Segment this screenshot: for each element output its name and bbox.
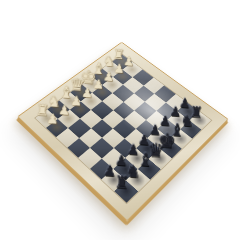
perspective-scene: ♜♟♟♜♞♟♟♞♝♟♟♝♚♟♟♚♛♟♟♛♝♟♟♝♞♟♟♞♜♟♟♜ [0, 0, 240, 240]
board-grid: ♜♟♟♜♞♟♟♞♝♟♟♝♚♟♟♚♛♟♟♛♝♟♟♝♞♟♟♞♜♟♟♜ [36, 54, 211, 202]
white-pawn-piece: ♟ [40, 106, 64, 132]
chess-board: ♜♟♟♜♞♟♟♞♝♟♟♝♚♟♟♚♛♟♟♛♝♟♟♝♞♟♟♞♜♟♟♜ [17, 42, 229, 222]
black-rook-piece: ♜ [108, 168, 135, 197]
board-frame: ♜♟♟♜♞♟♟♞♝♟♟♝♚♟♟♚♛♟♟♛♝♟♟♝♞♟♟♞♜♟♟♜ [17, 42, 229, 222]
photo-background: ♜♟♟♜♞♟♟♞♝♟♟♝♚♟♟♚♛♟♟♛♝♟♟♝♞♟♟♞♜♟♟♜ [0, 0, 240, 240]
